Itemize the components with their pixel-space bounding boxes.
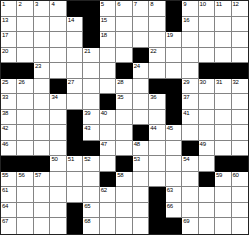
white-cell-r12c8[interactable]: 58 <box>116 172 132 188</box>
white-cell-r1c3[interactable]: 3 <box>34 1 50 17</box>
white-cell-r2c1[interactable]: 13 <box>1 17 17 33</box>
clue-number-56: 56 <box>18 172 24 179</box>
white-cell-r14c9[interactable] <box>133 203 149 219</box>
white-cell-r8c7[interactable]: 40 <box>100 110 116 126</box>
white-cell-r2c10[interactable] <box>149 17 165 33</box>
white-cell-r4c11[interactable] <box>166 48 182 64</box>
clue-number-46: 46 <box>2 141 8 148</box>
clue-number-47: 47 <box>101 141 107 148</box>
black-cell-r5c14 <box>215 63 231 79</box>
clue-number-48: 48 <box>134 141 140 148</box>
black-cell-r14c5 <box>67 203 83 219</box>
white-cell-r14c6[interactable]: 65 <box>83 203 99 219</box>
clue-number-53: 53 <box>134 156 140 163</box>
black-cell-r12c13 <box>199 172 215 188</box>
white-cell-r11c7[interactable] <box>100 156 116 172</box>
white-cell-r3c7[interactable]: 18 <box>100 32 116 48</box>
white-cell-r10c15[interactable] <box>232 141 248 157</box>
white-cell-r1c10[interactable]: 8 <box>149 1 165 17</box>
white-cell-r1c14[interactable]: 11 <box>215 1 231 17</box>
black-cell-r15c10 <box>149 218 165 234</box>
clue-number-69: 69 <box>183 218 189 225</box>
clue-number-7: 7 <box>134 1 137 8</box>
black-cell-r11c15 <box>232 156 248 172</box>
white-cell-r9c11[interactable]: 45 <box>166 125 182 141</box>
white-cell-r1c15[interactable]: 12 <box>232 1 248 17</box>
black-cell-r8c5 <box>67 110 83 126</box>
white-cell-r2c4[interactable] <box>50 17 66 33</box>
white-cell-r12c3[interactable]: 57 <box>34 172 50 188</box>
white-cell-r14c7[interactable] <box>100 203 116 219</box>
white-cell-r3c8[interactable] <box>116 32 132 48</box>
clue-number-26: 26 <box>18 79 24 86</box>
white-cell-r4c3[interactable] <box>34 48 50 64</box>
white-cell-r15c2[interactable] <box>17 218 33 234</box>
white-cell-r2c7[interactable]: 15 <box>100 17 116 33</box>
white-cell-r14c8[interactable] <box>116 203 132 219</box>
clue-number-5: 5 <box>101 1 104 8</box>
black-cell-r5c13 <box>199 63 215 79</box>
white-cell-r3c10[interactable] <box>149 32 165 48</box>
clue-number-31: 31 <box>216 79 222 86</box>
black-cell-r14c10 <box>149 203 165 219</box>
white-cell-r13c1[interactable]: 61 <box>1 187 17 203</box>
white-cell-r13c7[interactable]: 62 <box>100 187 116 203</box>
white-cell-r13c15[interactable] <box>232 187 248 203</box>
white-cell-r13c9[interactable] <box>133 187 149 203</box>
white-cell-r5c11[interactable] <box>166 63 182 79</box>
clue-number-60: 60 <box>233 172 239 179</box>
black-cell-r11c2 <box>17 156 33 172</box>
white-cell-r7c3[interactable] <box>34 94 50 110</box>
white-cell-r15c9[interactable] <box>133 218 149 234</box>
white-cell-r7c4[interactable]: 34 <box>50 94 66 110</box>
white-cell-r12c12[interactable] <box>182 172 198 188</box>
white-cell-r4c6[interactable]: 21 <box>83 48 99 64</box>
white-cell-r13c12[interactable] <box>182 187 198 203</box>
white-cell-r13c6[interactable] <box>83 187 99 203</box>
white-cell-r10c2[interactable] <box>17 141 33 157</box>
white-cell-r15c12[interactable]: 69 <box>182 218 198 234</box>
clue-number-23: 23 <box>35 63 41 70</box>
white-cell-r1c2[interactable]: 2 <box>17 1 33 17</box>
white-cell-r13c4[interactable] <box>50 187 66 203</box>
clue-number-40: 40 <box>101 110 107 117</box>
white-cell-r12c6[interactable] <box>83 172 99 188</box>
white-cell-r10c8[interactable] <box>116 141 132 157</box>
white-cell-r3c11[interactable]: 19 <box>166 32 182 48</box>
white-cell-r6c5[interactable]: 27 <box>67 79 83 95</box>
white-cell-r11c4[interactable]: 50 <box>50 156 66 172</box>
black-cell-r1c11 <box>166 1 182 17</box>
white-cell-r1c4[interactable]: 4 <box>50 1 66 17</box>
black-cell-r5c8 <box>116 63 132 79</box>
white-cell-r8c14[interactable] <box>215 110 231 126</box>
clue-number-21: 21 <box>84 48 90 55</box>
white-cell-r9c1[interactable]: 42 <box>1 125 17 141</box>
white-cell-r8c13[interactable] <box>199 110 215 126</box>
white-cell-r8c12[interactable]: 41 <box>182 110 198 126</box>
clue-number-38: 38 <box>2 110 8 117</box>
white-cell-r14c14[interactable] <box>215 203 231 219</box>
white-cell-r10c13[interactable]: 49 <box>199 141 215 157</box>
clue-number-59: 59 <box>216 172 222 179</box>
clue-number-20: 20 <box>2 48 8 55</box>
white-cell-r5c9[interactable]: 24 <box>133 63 149 79</box>
white-cell-r4c7[interactable] <box>100 48 116 64</box>
clue-number-41: 41 <box>183 110 189 117</box>
white-cell-r6c13[interactable]: 30 <box>199 79 215 95</box>
white-cell-r7c13[interactable] <box>199 94 215 110</box>
white-cell-r12c14[interactable]: 59 <box>215 172 231 188</box>
clue-number-3: 3 <box>35 1 38 8</box>
clue-number-1: 1 <box>2 1 5 8</box>
white-cell-r13c8[interactable] <box>116 187 132 203</box>
white-cell-r11c6[interactable]: 52 <box>83 156 99 172</box>
black-cell-r10c12 <box>182 141 198 157</box>
white-cell-r2c2[interactable] <box>17 17 33 33</box>
clue-number-28: 28 <box>117 79 123 86</box>
white-cell-r4c12[interactable] <box>182 48 198 64</box>
white-cell-r2c14[interactable] <box>215 17 231 33</box>
white-cell-r5c10[interactable] <box>149 63 165 79</box>
clue-number-54: 54 <box>183 156 189 163</box>
black-cell-r4c9 <box>133 48 149 64</box>
black-cell-r2c11 <box>166 17 182 33</box>
white-cell-r8c15[interactable] <box>232 110 248 126</box>
white-cell-r11c11[interactable] <box>166 156 182 172</box>
white-cell-r12c5[interactable] <box>67 172 83 188</box>
white-cell-r13c11[interactable]: 63 <box>166 187 182 203</box>
clue-number-32: 32 <box>233 79 239 86</box>
clue-number-63: 63 <box>167 187 173 194</box>
clue-number-33: 33 <box>2 94 8 101</box>
black-cell-r6c11 <box>166 79 182 95</box>
clue-number-36: 36 <box>150 94 156 101</box>
black-cell-r11c1 <box>1 156 17 172</box>
white-cell-r6c14[interactable]: 31 <box>215 79 231 95</box>
white-cell-r8c4[interactable] <box>50 110 66 126</box>
black-cell-r12c7 <box>100 172 116 188</box>
clue-number-45: 45 <box>167 125 173 132</box>
clue-number-11: 11 <box>216 1 222 8</box>
white-cell-r2c12[interactable]: 16 <box>182 17 198 33</box>
white-cell-r2c15[interactable] <box>232 17 248 33</box>
white-cell-r4c8[interactable] <box>116 48 132 64</box>
black-cell-r10c5 <box>67 141 83 157</box>
white-cell-r12c9[interactable] <box>133 172 149 188</box>
clue-number-50: 50 <box>51 156 57 163</box>
white-cell-r14c13[interactable] <box>199 203 215 219</box>
white-cell-r15c3[interactable] <box>34 218 50 234</box>
white-cell-r11c5[interactable]: 51 <box>67 156 83 172</box>
black-cell-r9c5 <box>67 125 83 141</box>
white-cell-r4c14[interactable] <box>215 48 231 64</box>
white-cell-r9c4[interactable] <box>50 125 66 141</box>
clue-number-13: 13 <box>2 17 8 24</box>
black-cell-r11c8 <box>116 156 132 172</box>
clue-number-65: 65 <box>84 203 90 210</box>
white-cell-r7c6[interactable] <box>83 94 99 110</box>
white-cell-r10c7[interactable]: 47 <box>100 141 116 157</box>
white-cell-r5c7[interactable] <box>100 63 116 79</box>
clue-number-57: 57 <box>35 172 41 179</box>
black-cell-r5c1 <box>1 63 17 79</box>
clue-number-30: 30 <box>200 79 206 86</box>
clue-number-68: 68 <box>84 218 90 225</box>
white-cell-r8c6[interactable]: 39 <box>83 110 99 126</box>
white-cell-r15c15[interactable] <box>232 218 248 234</box>
white-cell-r14c2[interactable] <box>17 203 33 219</box>
white-cell-r14c4[interactable] <box>50 203 66 219</box>
white-cell-r14c11[interactable]: 66 <box>166 203 182 219</box>
white-cell-r6c12[interactable]: 29 <box>182 79 198 95</box>
white-cell-r6c1[interactable]: 25 <box>1 79 17 95</box>
clue-number-34: 34 <box>51 94 57 101</box>
clue-number-22: 22 <box>150 48 156 55</box>
white-cell-r9c7[interactable] <box>100 125 116 141</box>
white-cell-r7c1[interactable]: 33 <box>1 94 17 110</box>
white-cell-r15c4[interactable] <box>50 218 66 234</box>
clue-number-24: 24 <box>134 63 140 70</box>
clue-number-16: 16 <box>183 17 189 24</box>
white-cell-r14c3[interactable] <box>34 203 50 219</box>
black-cell-r7c11 <box>166 94 182 110</box>
clue-number-35: 35 <box>117 94 123 101</box>
white-cell-r7c10[interactable]: 36 <box>149 94 165 110</box>
white-cell-r3c5[interactable] <box>67 32 83 48</box>
clue-number-29: 29 <box>183 79 189 86</box>
clue-number-8: 8 <box>150 1 153 8</box>
white-cell-r15c14[interactable] <box>215 218 231 234</box>
clue-number-66: 66 <box>167 203 173 210</box>
white-cell-r7c14[interactable] <box>215 94 231 110</box>
white-cell-r7c15[interactable] <box>232 94 248 110</box>
white-cell-r7c12[interactable]: 37 <box>182 94 198 110</box>
white-cell-r6c3[interactable] <box>34 79 50 95</box>
black-cell-r2c6 <box>83 17 99 33</box>
white-cell-r3c4[interactable] <box>50 32 66 48</box>
white-cell-r9c2[interactable] <box>17 125 33 141</box>
white-cell-r7c8[interactable]: 35 <box>116 94 132 110</box>
white-cell-r1c7[interactable]: 5 <box>100 1 116 17</box>
white-cell-r14c15[interactable] <box>232 203 248 219</box>
white-cell-r4c4[interactable] <box>50 48 66 64</box>
clue-number-42: 42 <box>2 125 8 132</box>
white-cell-r4c15[interactable] <box>232 48 248 64</box>
white-cell-r10c11[interactable] <box>166 141 182 157</box>
clue-number-44: 44 <box>150 125 156 132</box>
white-cell-r2c13[interactable] <box>199 17 215 33</box>
clue-number-18: 18 <box>101 32 107 39</box>
clue-number-15: 15 <box>101 17 107 24</box>
black-cell-r1c6 <box>83 1 99 17</box>
white-cell-r10c10[interactable] <box>149 141 165 157</box>
black-cell-r1c5 <box>67 1 83 17</box>
white-cell-r5c4[interactable] <box>50 63 66 79</box>
white-cell-r10c14[interactable] <box>215 141 231 157</box>
clue-number-64: 64 <box>2 203 8 210</box>
white-cell-r14c12[interactable] <box>182 203 198 219</box>
white-cell-r4c10[interactable]: 22 <box>149 48 165 64</box>
white-cell-r15c13[interactable] <box>199 218 215 234</box>
white-cell-r3c13[interactable] <box>199 32 215 48</box>
white-cell-r5c5[interactable] <box>67 63 83 79</box>
clue-number-49: 49 <box>200 141 206 148</box>
black-cell-r11c14 <box>215 156 231 172</box>
white-cell-r3c1[interactable]: 17 <box>1 32 17 48</box>
white-cell-r11c12[interactable]: 54 <box>182 156 198 172</box>
white-cell-r2c5[interactable]: 14 <box>67 17 83 33</box>
clue-number-43: 43 <box>84 125 90 132</box>
black-cell-r15c5 <box>67 218 83 234</box>
crossword-grid: 1234567891011121314151617181920212223242… <box>0 0 249 235</box>
white-cell-r10c9[interactable]: 48 <box>133 141 149 157</box>
white-cell-r15c1[interactable]: 67 <box>1 218 17 234</box>
white-cell-r10c1[interactable]: 46 <box>1 141 17 157</box>
white-cell-r11c9[interactable]: 53 <box>133 156 149 172</box>
clue-number-9: 9 <box>183 1 186 8</box>
white-cell-r4c2[interactable] <box>17 48 33 64</box>
white-cell-r6c8[interactable]: 28 <box>116 79 132 95</box>
white-cell-r1c9[interactable]: 7 <box>133 1 149 17</box>
clue-number-12: 12 <box>233 1 239 8</box>
white-cell-r12c10[interactable] <box>149 172 165 188</box>
clue-number-67: 67 <box>2 218 8 225</box>
white-cell-r2c3[interactable] <box>34 17 50 33</box>
clue-number-62: 62 <box>101 187 107 194</box>
white-cell-r7c2[interactable] <box>17 94 33 110</box>
black-cell-r5c2 <box>17 63 33 79</box>
clue-number-25: 25 <box>2 79 8 86</box>
white-cell-r8c1[interactable]: 38 <box>1 110 17 126</box>
clue-number-6: 6 <box>117 1 120 8</box>
black-cell-r8c11 <box>166 110 182 126</box>
white-cell-r1c8[interactable]: 6 <box>116 1 132 17</box>
white-cell-r6c7[interactable] <box>100 79 116 95</box>
clue-number-52: 52 <box>84 156 90 163</box>
white-cell-r3c15[interactable] <box>232 32 248 48</box>
white-cell-r9c13[interactable] <box>199 125 215 141</box>
black-cell-r7c7 <box>100 94 116 110</box>
white-cell-r12c4[interactable] <box>50 172 66 188</box>
white-cell-r7c9[interactable] <box>133 94 149 110</box>
white-cell-r15c8[interactable] <box>116 218 132 234</box>
white-cell-r8c9[interactable] <box>133 110 149 126</box>
white-cell-r5c3[interactable]: 23 <box>34 63 50 79</box>
white-cell-r12c15[interactable]: 60 <box>232 172 248 188</box>
white-cell-r13c5[interactable] <box>67 187 83 203</box>
white-cell-r13c14[interactable] <box>215 187 231 203</box>
white-cell-r8c10[interactable] <box>149 110 165 126</box>
white-cell-r6c15[interactable]: 32 <box>232 79 248 95</box>
white-cell-r5c12[interactable] <box>182 63 198 79</box>
white-cell-r3c12[interactable] <box>182 32 198 48</box>
white-cell-r12c1[interactable]: 55 <box>1 172 17 188</box>
black-cell-r15c11 <box>166 218 182 234</box>
black-cell-r3c6 <box>83 32 99 48</box>
white-cell-r7c5[interactable] <box>67 94 83 110</box>
white-cell-r12c2[interactable]: 56 <box>17 172 33 188</box>
white-cell-r4c5[interactable] <box>67 48 83 64</box>
black-cell-r10c6 <box>83 141 99 157</box>
white-cell-r4c13[interactable] <box>199 48 215 64</box>
black-cell-r13c10 <box>149 187 165 203</box>
clue-number-2: 2 <box>18 1 21 8</box>
white-cell-r9c6[interactable]: 43 <box>83 125 99 141</box>
white-cell-r6c9[interactable] <box>133 79 149 95</box>
white-cell-r1c12[interactable]: 9 <box>182 1 198 17</box>
white-cell-r4c1[interactable]: 20 <box>1 48 17 64</box>
white-cell-r1c1[interactable]: 1 <box>1 1 17 17</box>
black-cell-r5c15 <box>232 63 248 79</box>
black-cell-r6c4 <box>50 79 66 95</box>
white-cell-r9c14[interactable] <box>215 125 231 141</box>
white-cell-r2c9[interactable] <box>133 17 149 33</box>
clue-number-14: 14 <box>68 17 74 24</box>
white-cell-r9c3[interactable] <box>34 125 50 141</box>
white-cell-r6c6[interactable] <box>83 79 99 95</box>
white-cell-r3c9[interactable] <box>133 32 149 48</box>
clue-number-4: 4 <box>51 1 54 8</box>
white-cell-r13c13[interactable] <box>199 187 215 203</box>
white-cell-r11c10[interactable] <box>149 156 165 172</box>
white-cell-r3c2[interactable] <box>17 32 33 48</box>
white-cell-r5c6[interactable] <box>83 63 99 79</box>
white-cell-r8c3[interactable] <box>34 110 50 126</box>
white-cell-r10c4[interactable] <box>50 141 66 157</box>
clue-number-61: 61 <box>2 187 8 194</box>
clue-number-37: 37 <box>183 94 189 101</box>
white-cell-r3c3[interactable] <box>34 32 50 48</box>
black-cell-r6c10 <box>149 79 165 95</box>
white-cell-r9c8[interactable] <box>116 125 132 141</box>
white-cell-r8c2[interactable] <box>17 110 33 126</box>
white-cell-r3c14[interactable] <box>215 32 231 48</box>
white-cell-r12c11[interactable] <box>166 172 182 188</box>
black-cell-r9c9 <box>133 125 149 141</box>
clue-number-51: 51 <box>68 156 74 163</box>
white-cell-r8c8[interactable] <box>116 110 132 126</box>
white-cell-r10c3[interactable] <box>34 141 50 157</box>
white-cell-r2c8[interactable] <box>116 17 132 33</box>
white-cell-r9c15[interactable] <box>232 125 248 141</box>
clue-number-27: 27 <box>68 79 74 86</box>
clue-number-58: 58 <box>117 172 123 179</box>
clue-number-55: 55 <box>2 172 8 179</box>
white-cell-r13c3[interactable] <box>34 187 50 203</box>
clue-number-17: 17 <box>2 32 8 39</box>
white-cell-r13c2[interactable] <box>17 187 33 203</box>
white-cell-r14c1[interactable]: 64 <box>1 203 17 219</box>
white-cell-r11c13[interactable] <box>199 156 215 172</box>
clue-number-19: 19 <box>167 32 173 39</box>
white-cell-r15c7[interactable] <box>100 218 116 234</box>
white-cell-r15c6[interactable]: 68 <box>83 218 99 234</box>
clue-number-39: 39 <box>84 110 90 117</box>
black-cell-r11c3 <box>34 156 50 172</box>
white-cell-r6c2[interactable]: 26 <box>17 79 33 95</box>
white-cell-r9c12[interactable] <box>182 125 198 141</box>
clue-number-10: 10 <box>200 1 206 8</box>
white-cell-r1c13[interactable]: 10 <box>199 1 215 17</box>
white-cell-r9c10[interactable]: 44 <box>149 125 165 141</box>
